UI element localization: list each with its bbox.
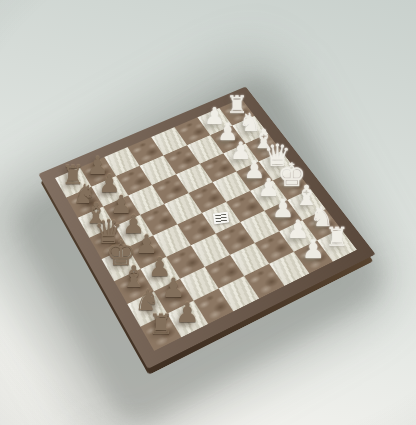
photo-scene: ♜♞♝♛♚♝♞♜♟♟♟♟♟♟♟♟♜♞♝♛♚♝♞♜♟♟♟♟♟♟♟♟ — [0, 0, 416, 425]
